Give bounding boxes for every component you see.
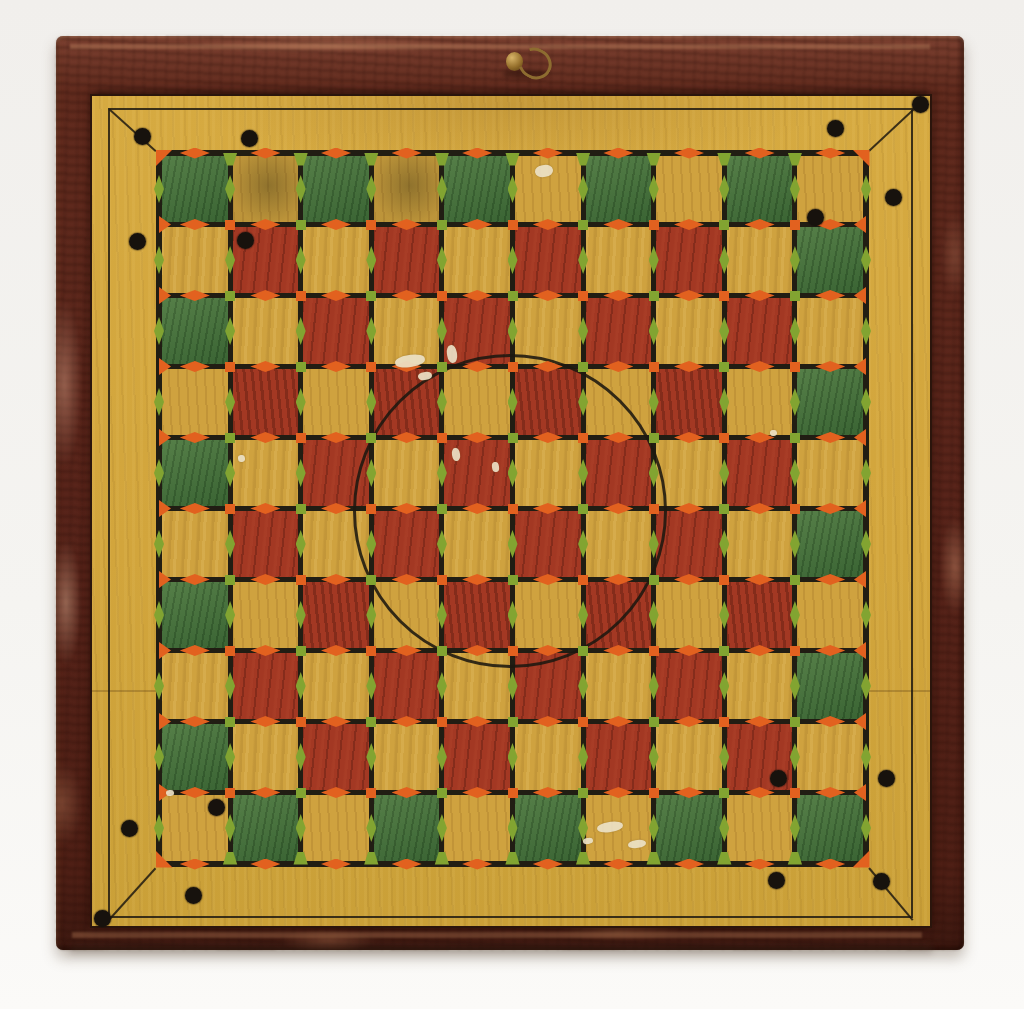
junction-square-ornament: [437, 362, 447, 372]
junction-square-ornament: [719, 788, 729, 798]
junction-square-ornament: [296, 646, 306, 656]
junction-square-ornament: [296, 788, 306, 798]
square-r7c9[interactable]: [727, 582, 793, 648]
junction-square-ornament: [790, 220, 800, 230]
junction-square-ornament: [790, 717, 800, 727]
square-r2c6[interactable]: [515, 227, 581, 293]
junction-square-ornament: [578, 220, 588, 230]
junction-square-ornament: [578, 717, 588, 727]
square-r9c5[interactable]: [444, 724, 510, 790]
square-r4c3[interactable]: [303, 369, 369, 435]
junction-square-ornament: [508, 433, 518, 443]
junction-square-ornament: [225, 220, 235, 230]
square-r4c8[interactable]: [656, 369, 722, 435]
painted-black-dot: [134, 128, 151, 145]
junction-square-ornament: [790, 504, 800, 514]
painted-black-dot: [878, 770, 895, 787]
square-r10c6[interactable]: [515, 795, 581, 861]
square-r7c8[interactable]: [656, 582, 722, 648]
junction-square-ornament: [296, 433, 306, 443]
square-r7c2[interactable]: [233, 582, 299, 648]
junction-square-ornament: [719, 646, 729, 656]
junction-square-ornament: [366, 717, 376, 727]
junction-square-ornament: [296, 504, 306, 514]
square-r3c2[interactable]: [233, 298, 299, 364]
junction-square-ornament: [296, 575, 306, 585]
photo-background: [0, 0, 1024, 1009]
painted-black-dot: [237, 232, 254, 249]
square-r8c8[interactable]: [656, 653, 722, 719]
junction-square-ornament: [508, 646, 518, 656]
square-r1c7[interactable]: [586, 156, 652, 222]
junction-square-ornament: [790, 788, 800, 798]
junction-square-ornament: [296, 220, 306, 230]
board-surface: [92, 96, 930, 926]
square-r1c2[interactable]: [233, 156, 299, 222]
square-r9c6[interactable]: [515, 724, 581, 790]
square-r8c9[interactable]: [727, 653, 793, 719]
junction-square-ornament: [437, 220, 447, 230]
junction-square-ornament: [649, 291, 659, 301]
square-r10c4[interactable]: [374, 795, 440, 861]
junction-square-ornament: [225, 504, 235, 514]
junction-square-ornament: [719, 220, 729, 230]
square-r2c5[interactable]: [444, 227, 510, 293]
junction-square-ornament: [649, 575, 659, 585]
square-r9c3[interactable]: [303, 724, 369, 790]
square-r4c2[interactable]: [233, 369, 299, 435]
painted-black-dot: [94, 910, 111, 927]
square-r6c2[interactable]: [233, 511, 299, 577]
junction-square-ornament: [366, 788, 376, 798]
junction-square-ornament: [437, 575, 447, 585]
square-r10c10[interactable]: [797, 795, 863, 861]
junction-square-ornament: [649, 646, 659, 656]
square-r8c2[interactable]: [233, 653, 299, 719]
painted-black-dot: [129, 233, 146, 250]
square-r2c4[interactable]: [374, 227, 440, 293]
painted-black-dot: [770, 770, 787, 787]
square-r3c1[interactable]: [162, 298, 228, 364]
junction-square-ornament: [719, 291, 729, 301]
brass-hanger-ring: [498, 42, 556, 82]
junction-square-ornament: [790, 575, 800, 585]
square-r9c2[interactable]: [233, 724, 299, 790]
square-r2c10[interactable]: [797, 227, 863, 293]
painted-black-dot: [827, 120, 844, 137]
junction-square-ornament: [790, 433, 800, 443]
junction-square-ornament: [366, 362, 376, 372]
junction-square-ornament: [508, 291, 518, 301]
square-r4c10[interactable]: [797, 369, 863, 435]
square-r1c9[interactable]: [727, 156, 793, 222]
painted-black-dot: [121, 820, 138, 837]
square-r1c10[interactable]: [797, 156, 863, 222]
junction-square-ornament: [225, 291, 235, 301]
junction-square-ornament: [225, 362, 235, 372]
square-r1c3[interactable]: [303, 156, 369, 222]
square-r4c9[interactable]: [727, 369, 793, 435]
junction-square-ornament: [437, 717, 447, 727]
square-r10c2[interactable]: [233, 795, 299, 861]
frame-bottom-highlight: [72, 932, 922, 938]
junction-square-ornament: [366, 433, 376, 443]
square-r9c10[interactable]: [797, 724, 863, 790]
junction-square-ornament: [649, 788, 659, 798]
square-r9c1[interactable]: [162, 724, 228, 790]
painted-black-dot: [768, 872, 785, 889]
square-r2c1[interactable]: [162, 227, 228, 293]
painted-black-dot: [873, 873, 890, 890]
junction-square-ornament: [508, 504, 518, 514]
square-r5c2[interactable]: [233, 440, 299, 506]
junction-square-ornament: [790, 646, 800, 656]
square-r9c8[interactable]: [656, 724, 722, 790]
junction-square-ornament: [437, 291, 447, 301]
square-r1c5[interactable]: [444, 156, 510, 222]
junction-square-ornament: [225, 788, 235, 798]
junction-square-ornament: [719, 717, 729, 727]
junction-square-ornament: [366, 504, 376, 514]
square-r2c3[interactable]: [303, 227, 369, 293]
square-r8c7[interactable]: [586, 653, 652, 719]
junction-square-ornament: [508, 575, 518, 585]
junction-square-ornament: [578, 504, 588, 514]
painted-black-dot: [241, 130, 258, 147]
square-r5c9[interactable]: [727, 440, 793, 506]
junction-square-ornament: [719, 504, 729, 514]
junction-square-ornament: [366, 220, 376, 230]
square-r3c3[interactable]: [303, 298, 369, 364]
junction-square-ornament: [719, 362, 729, 372]
square-r2c9[interactable]: [727, 227, 793, 293]
junction-square-ornament: [790, 291, 800, 301]
junction-square-ornament: [578, 291, 588, 301]
square-r3c8[interactable]: [656, 298, 722, 364]
junction-square-ornament: [719, 433, 729, 443]
square-r8c4[interactable]: [374, 653, 440, 719]
painted-black-dot: [185, 887, 202, 904]
junction-square-ornament: [296, 362, 306, 372]
junction-square-ornament: [790, 362, 800, 372]
junction-square-ornament: [296, 291, 306, 301]
junction-square-ornament: [437, 504, 447, 514]
junction-square-ornament: [649, 717, 659, 727]
square-r10c5[interactable]: [444, 795, 510, 861]
junction-square-ornament: [437, 788, 447, 798]
painted-black-dot: [885, 189, 902, 206]
junction-square-ornament: [437, 433, 447, 443]
junction-square-ornament: [225, 646, 235, 656]
painted-black-dot: [912, 96, 929, 113]
square-r3c7[interactable]: [586, 298, 652, 364]
square-r1c8[interactable]: [656, 156, 722, 222]
square-r6c1[interactable]: [162, 511, 228, 577]
square-r3c10[interactable]: [797, 298, 863, 364]
junction-square-ornament: [225, 575, 235, 585]
square-r2c8[interactable]: [656, 227, 722, 293]
junction-square-ornament: [366, 575, 376, 585]
square-r4c1[interactable]: [162, 369, 228, 435]
junction-square-ornament: [225, 717, 235, 727]
square-r10c3[interactable]: [303, 795, 369, 861]
junction-square-ornament: [578, 575, 588, 585]
junction-square-ornament: [578, 788, 588, 798]
square-r7c3[interactable]: [303, 582, 369, 648]
junction-square-ornament: [578, 433, 588, 443]
painted-black-dot: [208, 799, 225, 816]
square-r6c10[interactable]: [797, 511, 863, 577]
square-r6c9[interactable]: [727, 511, 793, 577]
junction-square-ornament: [296, 717, 306, 727]
square-r9c7[interactable]: [586, 724, 652, 790]
square-r8c10[interactable]: [797, 653, 863, 719]
square-r10c8[interactable]: [656, 795, 722, 861]
junction-square-ornament: [649, 504, 659, 514]
junction-square-ornament: [366, 646, 376, 656]
frame-drop-shadow: [70, 945, 932, 957]
junction-square-ornament: [578, 646, 588, 656]
square-r3c9[interactable]: [727, 298, 793, 364]
square-r7c1[interactable]: [162, 582, 228, 648]
square-r2c7[interactable]: [586, 227, 652, 293]
junction-square-ornament: [437, 646, 447, 656]
square-r5c10[interactable]: [797, 440, 863, 506]
square-r9c4[interactable]: [374, 724, 440, 790]
junction-square-ornament: [508, 717, 518, 727]
square-r1c4[interactable]: [374, 156, 440, 222]
junction-square-ornament: [366, 291, 376, 301]
painted-black-dot: [807, 209, 824, 226]
square-r1c1[interactable]: [162, 156, 228, 222]
junction-square-ornament: [508, 788, 518, 798]
square-r7c10[interactable]: [797, 582, 863, 648]
junction-square-ornament: [649, 433, 659, 443]
junction-square-ornament: [649, 220, 659, 230]
square-r5c1[interactable]: [162, 440, 228, 506]
square-r10c9[interactable]: [727, 795, 793, 861]
hanger-loop-icon: [513, 42, 558, 85]
junction-square-ornament: [508, 220, 518, 230]
square-r8c1[interactable]: [162, 653, 228, 719]
square-r3c4[interactable]: [374, 298, 440, 364]
junction-square-ornament: [649, 362, 659, 372]
junction-square-ornament: [508, 362, 518, 372]
junction-square-ornament: [225, 433, 235, 443]
square-r8c3[interactable]: [303, 653, 369, 719]
junction-square-ornament: [578, 362, 588, 372]
junction-square-ornament: [719, 575, 729, 585]
